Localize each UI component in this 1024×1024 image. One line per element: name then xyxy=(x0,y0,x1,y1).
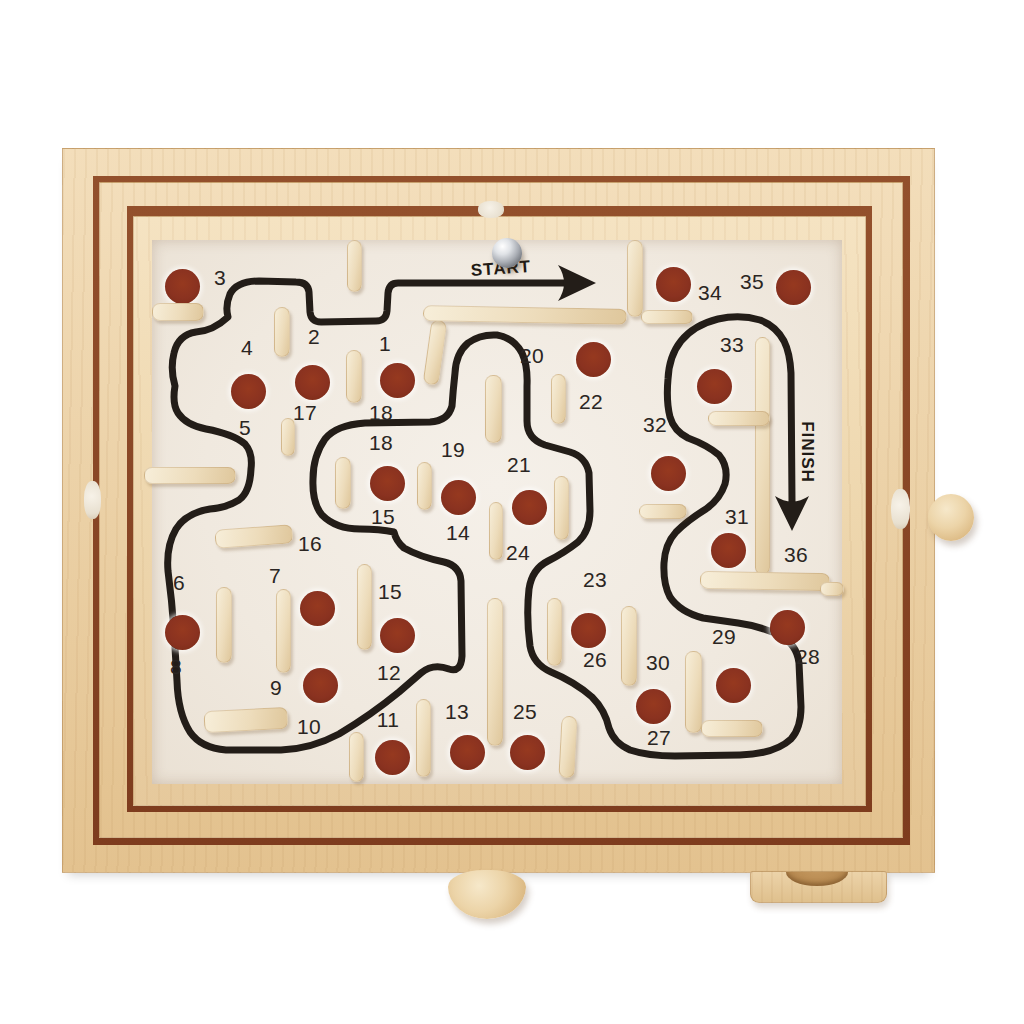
wooden-peg xyxy=(346,350,362,403)
maze-hole xyxy=(512,490,547,525)
hole-number-label: 31 xyxy=(725,505,749,529)
hole-number-label: 5 xyxy=(239,416,251,440)
wooden-peg xyxy=(347,240,362,292)
hole-number-label: 30 xyxy=(646,651,670,675)
hole-number-label: 25 xyxy=(513,700,537,724)
hole-number-label: 16 xyxy=(298,532,322,556)
wooden-peg xyxy=(489,502,503,560)
maze-hole xyxy=(380,618,415,653)
hole-number-label: 35 xyxy=(740,270,764,294)
wooden-peg xyxy=(547,598,562,666)
maze-hole xyxy=(776,270,811,305)
hole-number-label: 3 xyxy=(214,266,226,290)
wooden-peg xyxy=(423,305,627,325)
hole-number-label: 10 xyxy=(297,715,321,739)
hole-number-label: 23 xyxy=(583,568,607,592)
wooden-peg xyxy=(551,374,566,424)
wooden-peg xyxy=(416,699,431,777)
wooden-peg xyxy=(685,651,702,733)
wooden-peg xyxy=(216,587,232,663)
hole-number-label: 4 xyxy=(241,336,253,360)
wooden-peg xyxy=(144,467,236,484)
hole-number-label: 32 xyxy=(643,413,667,437)
hole-number-label: 2 xyxy=(308,325,320,349)
maze-hole xyxy=(770,610,805,645)
wooden-peg xyxy=(274,307,290,357)
maze-hole xyxy=(380,363,415,398)
hole-number-label: 15 xyxy=(378,580,402,604)
maze-hole xyxy=(295,365,330,400)
hole-number-label: 8 xyxy=(170,655,182,679)
maze-hole xyxy=(636,689,671,724)
hole-number-label: 18 xyxy=(369,401,393,425)
hole-number-label: 22 xyxy=(579,390,603,414)
tilt-knob-right[interactable] xyxy=(928,494,974,541)
hole-number-label: 34 xyxy=(698,281,722,305)
wooden-peg xyxy=(639,504,687,519)
pull-out-block[interactable] xyxy=(750,871,887,903)
hole-number-label: 21 xyxy=(507,453,531,477)
wooden-peg xyxy=(357,564,372,650)
hole-number-label: 6 xyxy=(173,571,185,595)
wooden-peg xyxy=(701,720,763,737)
wooden-peg xyxy=(152,303,204,321)
maze-hole xyxy=(165,615,200,650)
hole-number-label: 33 xyxy=(720,333,744,357)
labyrinth-game-photo: 1234567891011121314151516171818192021222… xyxy=(0,0,1024,1024)
hole-number-label: 11 xyxy=(377,708,399,732)
maze-hole xyxy=(441,480,476,515)
maze-hole xyxy=(300,591,335,626)
wooden-peg xyxy=(485,375,502,443)
maze-hole xyxy=(576,342,611,377)
maze-hole xyxy=(375,740,410,775)
hole-number-label: 28 xyxy=(796,645,820,669)
hole-number-label: 24 xyxy=(506,541,530,565)
hole-number-label: 1 xyxy=(379,332,391,356)
hole-number-label: 29 xyxy=(712,625,736,649)
hole-number-label: 15 xyxy=(371,505,395,529)
wooden-peg xyxy=(554,476,569,540)
maze-hole xyxy=(165,269,200,304)
wooden-peg xyxy=(335,457,351,509)
wooden-peg xyxy=(276,589,291,673)
wooden-peg xyxy=(349,732,364,782)
wooden-peg xyxy=(708,411,770,426)
maze-hole xyxy=(450,735,485,770)
wooden-peg xyxy=(641,310,693,324)
maze-hole xyxy=(571,613,606,648)
maze-hole xyxy=(370,466,405,501)
maze-hole xyxy=(697,369,732,404)
pivot-dowel-right xyxy=(891,489,910,529)
hole-number-label: 36 xyxy=(784,543,808,567)
wooden-peg xyxy=(755,337,770,575)
finish-label: FINISH xyxy=(797,421,817,483)
hole-number-label: 19 xyxy=(441,438,465,462)
hole-number-label: 13 xyxy=(445,700,469,724)
maze-hole xyxy=(656,267,691,302)
maze-hole xyxy=(711,533,746,568)
maze-hole xyxy=(716,668,751,703)
wooden-peg xyxy=(423,319,448,386)
maze-hole xyxy=(651,456,686,491)
finger-notch xyxy=(786,871,848,886)
hole-number-label: 7 xyxy=(269,564,281,588)
wooden-peg xyxy=(417,462,432,510)
pivot-dowel-top xyxy=(478,201,504,218)
wooden-peg xyxy=(820,582,844,596)
hole-number-label: 9 xyxy=(270,676,282,700)
wooden-peg xyxy=(214,524,293,548)
hole-number-label: 27 xyxy=(647,726,671,750)
maze-hole xyxy=(303,668,338,703)
maze-hole xyxy=(231,374,266,409)
steel-ball xyxy=(492,238,522,268)
hole-number-label: 20 xyxy=(520,344,544,368)
wooden-peg xyxy=(558,716,577,779)
hole-number-label: 26 xyxy=(583,648,607,672)
wooden-peg xyxy=(621,606,637,686)
hole-number-label: 18 xyxy=(369,431,393,455)
wooden-peg xyxy=(627,240,643,317)
wooden-peg xyxy=(203,707,288,733)
hole-number-label: 12 xyxy=(377,661,401,685)
wooden-peg xyxy=(487,598,503,746)
maze-hole xyxy=(510,735,545,770)
pivot-dowel-left xyxy=(84,481,101,519)
hole-number-label: 17 xyxy=(293,401,317,425)
wooden-peg xyxy=(700,571,830,591)
hole-number-label: 14 xyxy=(446,521,470,545)
wooden-peg xyxy=(281,418,295,456)
